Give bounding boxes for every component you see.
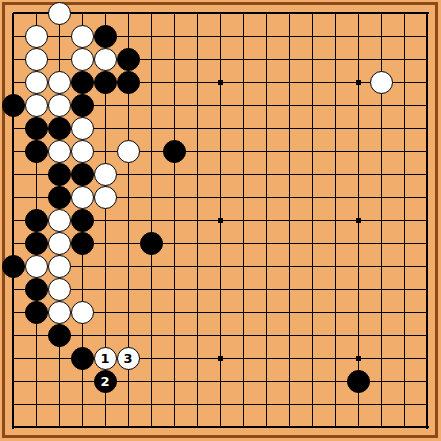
stone-black <box>140 232 163 255</box>
move-number-label: 1 <box>100 352 109 365</box>
stone-white <box>71 301 94 324</box>
move-number-label: 2 <box>100 375 109 388</box>
stone-white <box>71 48 94 71</box>
stone-white <box>94 48 117 71</box>
grid-line-vertical <box>289 13 290 428</box>
stone-white <box>25 48 48 71</box>
stone-black <box>25 140 48 163</box>
grid-line-vertical <box>12 13 14 429</box>
star-point <box>218 356 223 361</box>
stone-black <box>163 140 186 163</box>
grid-line-horizontal <box>13 426 429 428</box>
grid-line-horizontal <box>13 335 428 336</box>
stone-black <box>48 163 71 186</box>
move-number-label: 3 <box>123 352 132 365</box>
stone-black <box>94 25 117 48</box>
stone-black <box>71 209 94 232</box>
stone-black <box>117 48 140 71</box>
stone-white <box>94 186 117 209</box>
go-board: 132 <box>0 0 441 441</box>
star-point <box>356 356 361 361</box>
stone-black <box>71 71 94 94</box>
star-point <box>356 80 361 85</box>
stone-white <box>94 163 117 186</box>
stone-white <box>48 255 71 278</box>
stone-black <box>2 255 25 278</box>
stone-black <box>71 94 94 117</box>
stone-black-move-2: 2 <box>94 370 117 393</box>
stone-white <box>48 94 71 117</box>
stone-black <box>25 117 48 140</box>
stone-white <box>48 71 71 94</box>
stone-black <box>94 71 117 94</box>
grid-line-vertical <box>312 13 313 428</box>
grid-line-horizontal <box>13 289 428 290</box>
stone-white <box>48 140 71 163</box>
star-point <box>356 218 361 223</box>
stone-white <box>48 2 71 25</box>
stone-white <box>25 25 48 48</box>
grid-line-vertical <box>266 13 267 428</box>
stone-black <box>48 117 71 140</box>
grid-line-horizontal <box>13 404 428 405</box>
stone-black <box>71 163 94 186</box>
stone-white-move-3: 3 <box>117 347 140 370</box>
stone-black <box>48 324 71 347</box>
stone-black <box>25 278 48 301</box>
grid-line-vertical <box>426 13 428 429</box>
grid-line-vertical <box>335 13 336 428</box>
stone-white <box>48 232 71 255</box>
stone-black <box>25 209 48 232</box>
stone-white <box>71 186 94 209</box>
grid-line-vertical <box>243 13 244 428</box>
stone-white <box>117 140 140 163</box>
stone-white <box>71 140 94 163</box>
star-point <box>218 218 223 223</box>
stone-white <box>71 25 94 48</box>
grid-line-vertical <box>404 13 405 428</box>
stone-white <box>370 71 393 94</box>
stone-black <box>347 370 370 393</box>
stone-white <box>25 71 48 94</box>
grid-line-horizontal <box>13 12 429 14</box>
stone-black <box>48 186 71 209</box>
stone-black <box>117 71 140 94</box>
stone-black <box>25 301 48 324</box>
stone-white <box>25 94 48 117</box>
stone-white-move-1: 1 <box>94 347 117 370</box>
stone-black <box>71 347 94 370</box>
stone-white <box>71 117 94 140</box>
grid-line-horizontal <box>13 266 428 267</box>
stone-white <box>48 278 71 301</box>
stone-black <box>2 94 25 117</box>
stone-black <box>25 232 48 255</box>
stone-black <box>71 232 94 255</box>
stone-white <box>48 209 71 232</box>
stone-white <box>25 255 48 278</box>
star-point <box>218 80 223 85</box>
stone-white <box>48 301 71 324</box>
